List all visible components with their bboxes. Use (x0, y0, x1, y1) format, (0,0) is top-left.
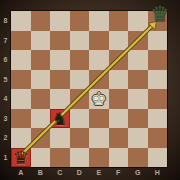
file-label-c: C (50, 167, 70, 180)
square-g8[interactable] (128, 11, 148, 31)
square-c2[interactable] (50, 128, 70, 148)
rank-label-2: 2 (0, 128, 11, 148)
square-h4[interactable] (148, 89, 168, 109)
file-label-b: B (31, 167, 51, 180)
square-e6[interactable] (89, 50, 109, 70)
square-e7[interactable] (89, 31, 109, 51)
square-h2[interactable] (148, 128, 168, 148)
square-c6[interactable] (50, 50, 70, 70)
square-e1[interactable] (89, 148, 109, 168)
square-b3[interactable] (31, 109, 51, 129)
square-g7[interactable] (128, 31, 148, 51)
square-h7[interactable] (148, 31, 168, 51)
square-g4[interactable] (128, 89, 148, 109)
square-f3[interactable] (109, 109, 129, 129)
rank-label-4: 4 (0, 89, 11, 109)
square-a6[interactable] (11, 50, 31, 70)
rank-label-3: 3 (0, 109, 11, 129)
square-b2[interactable] (31, 128, 51, 148)
square-h8[interactable] (148, 11, 168, 31)
square-d4[interactable] (70, 89, 90, 109)
square-c5[interactable] (50, 70, 70, 90)
square-e8[interactable] (89, 11, 109, 31)
square-c1[interactable] (50, 148, 70, 168)
rank-label-8: 8 (0, 11, 11, 31)
square-h5[interactable] (148, 70, 168, 90)
square-a7[interactable] (11, 31, 31, 51)
square-f5[interactable] (109, 70, 129, 90)
square-d1[interactable] (70, 148, 90, 168)
file-label-a: A (11, 167, 31, 180)
square-g3[interactable] (128, 109, 148, 129)
square-a5[interactable] (11, 70, 31, 90)
file-label-e: E (89, 167, 109, 180)
square-f1[interactable] (109, 148, 129, 168)
square-d8[interactable] (70, 11, 90, 31)
square-d7[interactable] (70, 31, 90, 51)
square-b7[interactable] (31, 31, 51, 51)
chess-diagram: 87654321ABCDEFGH♛♞♚♛ (0, 0, 180, 180)
square-d3[interactable] (70, 109, 90, 129)
square-a1[interactable] (11, 148, 31, 168)
square-b1[interactable] (31, 148, 51, 168)
square-h1[interactable] (148, 148, 168, 168)
square-h3[interactable] (148, 109, 168, 129)
square-b5[interactable] (31, 70, 51, 90)
file-label-d: D (70, 167, 90, 180)
square-g2[interactable] (128, 128, 148, 148)
square-c4[interactable] (50, 89, 70, 109)
square-e3[interactable] (89, 109, 109, 129)
rank-label-7: 7 (0, 31, 11, 51)
square-d5[interactable] (70, 70, 90, 90)
rank-label-1: 1 (0, 148, 11, 168)
square-g6[interactable] (128, 50, 148, 70)
square-d2[interactable] (70, 128, 90, 148)
square-c3[interactable] (50, 109, 70, 129)
square-h6[interactable] (148, 50, 168, 70)
square-a4[interactable] (11, 89, 31, 109)
square-b4[interactable] (31, 89, 51, 109)
square-c7[interactable] (50, 31, 70, 51)
file-label-f: F (109, 167, 129, 180)
square-a3[interactable] (11, 109, 31, 129)
square-b8[interactable] (31, 11, 51, 31)
square-f4[interactable] (109, 89, 129, 109)
square-f8[interactable] (109, 11, 129, 31)
file-label-h: H (148, 167, 168, 180)
square-e4[interactable] (89, 89, 109, 109)
square-f6[interactable] (109, 50, 129, 70)
square-e5[interactable] (89, 70, 109, 90)
square-f7[interactable] (109, 31, 129, 51)
square-c8[interactable] (50, 11, 70, 31)
square-g1[interactable] (128, 148, 148, 168)
square-a2[interactable] (11, 128, 31, 148)
file-label-g: G (128, 167, 148, 180)
square-e2[interactable] (89, 128, 109, 148)
square-f2[interactable] (109, 128, 129, 148)
square-g5[interactable] (128, 70, 148, 90)
square-d6[interactable] (70, 50, 90, 70)
square-b6[interactable] (31, 50, 51, 70)
chess-board[interactable] (11, 11, 167, 167)
square-a8[interactable] (11, 11, 31, 31)
rank-label-6: 6 (0, 50, 11, 70)
rank-label-5: 5 (0, 70, 11, 90)
